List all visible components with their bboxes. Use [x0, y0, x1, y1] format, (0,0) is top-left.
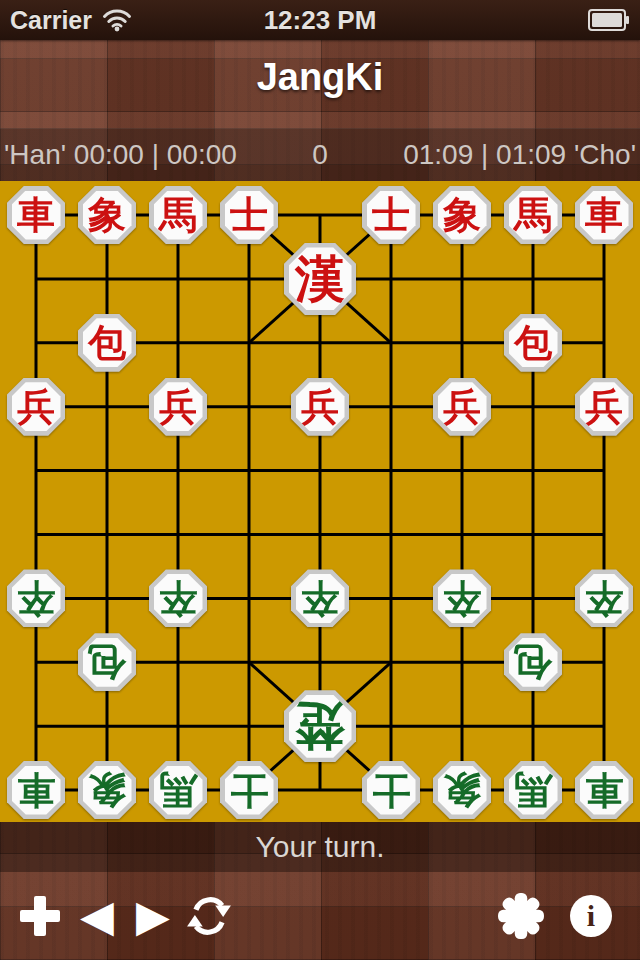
status-bar: Carrier 12:23 PM: [0, 0, 640, 40]
piece-body: 漢: [284, 243, 356, 315]
piece-glyph: 卒: [301, 579, 339, 617]
piece-glyph: 馬: [514, 196, 552, 234]
piece-glyph: 車: [585, 196, 623, 234]
piece-cho-chariot[interactable]: 車: [7, 761, 65, 819]
piece-body: 象: [78, 761, 136, 819]
piece-body: 楚: [284, 690, 356, 762]
settings-button[interactable]: [495, 890, 547, 942]
cho-clock: 01:09 | 01:09 'Cho': [350, 139, 636, 171]
piece-han-cannon[interactable]: 包: [504, 314, 562, 372]
piece-glyph: 馬: [159, 771, 197, 809]
info-button[interactable]: i: [565, 890, 617, 942]
piece-body: 馬: [149, 761, 207, 819]
piece-han-horse[interactable]: 馬: [504, 186, 562, 244]
piece-cho-guard[interactable]: 士: [362, 761, 420, 819]
piece-cho-guard[interactable]: 士: [220, 761, 278, 819]
piece-han-guard[interactable]: 士: [220, 186, 278, 244]
battery-icon: [588, 9, 630, 31]
piece-cho-cannon[interactable]: 包: [504, 633, 562, 691]
piece-han-elephant[interactable]: 象: [78, 186, 136, 244]
bottom-toolbar: ◀ ▶ i: [0, 872, 640, 960]
piece-glyph: 兵: [159, 388, 197, 426]
piece-body: 士: [220, 186, 278, 244]
piece-glyph: 包: [514, 324, 552, 362]
piece-glyph: 卒: [159, 579, 197, 617]
piece-body: 車: [7, 186, 65, 244]
piece-body: 馬: [504, 761, 562, 819]
piece-han-chariot[interactable]: 車: [7, 186, 65, 244]
piece-body: 兵: [7, 378, 65, 436]
piece-body: 兵: [291, 378, 349, 436]
piece-glyph: 卒: [443, 579, 481, 617]
piece-body: 兵: [433, 378, 491, 436]
piece-glyph: 卒: [17, 579, 55, 617]
piece-body: 象: [433, 186, 491, 244]
piece-han-pawn[interactable]: 兵: [291, 378, 349, 436]
piece-han-pawn[interactable]: 兵: [7, 378, 65, 436]
new-game-button[interactable]: [14, 890, 66, 942]
piece-cho-horse[interactable]: 馬: [149, 761, 207, 819]
piece-han-pawn[interactable]: 兵: [149, 378, 207, 436]
restart-button[interactable]: [183, 890, 235, 942]
piece-glyph: 兵: [301, 388, 339, 426]
piece-han-chariot[interactable]: 車: [575, 186, 633, 244]
move-count: 0: [290, 139, 350, 171]
info-icon: i: [570, 895, 612, 937]
piece-glyph: 包: [88, 324, 126, 362]
piece-body: 車: [575, 186, 633, 244]
piece-han-pawn[interactable]: 兵: [433, 378, 491, 436]
piece-body: 卒: [7, 569, 65, 627]
piece-body: 車: [575, 761, 633, 819]
right-triangle-icon: ▶: [136, 894, 170, 938]
refresh-icon: [186, 893, 232, 939]
piece-glyph: 車: [585, 771, 623, 809]
piece-cho-general[interactable]: 楚: [284, 690, 356, 762]
piece-glyph: 包: [514, 643, 552, 681]
gear-icon: [497, 892, 545, 940]
han-clock: 'Han' 00:00 | 00:00: [4, 139, 290, 171]
piece-cho-cannon[interactable]: 包: [78, 633, 136, 691]
piece-han-horse[interactable]: 馬: [149, 186, 207, 244]
piece-cho-elephant[interactable]: 象: [433, 761, 491, 819]
piece-body: 車: [7, 761, 65, 819]
game-info-bar: 'Han' 00:00 | 00:00 0 01:09 | 01:09 'Cho…: [0, 128, 640, 181]
left-triangle-icon: ◀: [80, 894, 114, 938]
piece-body: 象: [78, 186, 136, 244]
plus-icon: [20, 896, 60, 936]
piece-cho-pawn[interactable]: 卒: [291, 569, 349, 627]
piece-glyph: 楚: [295, 701, 345, 751]
piece-body: 卒: [433, 569, 491, 627]
piece-body: 卒: [149, 569, 207, 627]
piece-glyph: 卒: [585, 579, 623, 617]
piece-body: 士: [220, 761, 278, 819]
status-message-bar: Your turn.: [0, 822, 640, 872]
piece-cho-pawn[interactable]: 卒: [149, 569, 207, 627]
janggi-board[interactable]: 車象馬士士象馬車漢包包兵兵兵兵兵卒卒卒卒卒包包楚車象馬士士象馬車: [0, 181, 640, 822]
piece-body: 象: [433, 761, 491, 819]
piece-body: 包: [78, 633, 136, 691]
piece-body: 兵: [149, 378, 207, 436]
piece-glyph: 兵: [585, 388, 623, 426]
turn-message: Your turn.: [256, 830, 385, 864]
step-forward-button[interactable]: ▶: [127, 890, 179, 942]
piece-glyph: 包: [88, 643, 126, 681]
piece-body: 士: [362, 761, 420, 819]
piece-glyph: 士: [230, 196, 268, 234]
piece-body: 卒: [575, 569, 633, 627]
status-time: 12:23 PM: [0, 5, 640, 36]
piece-cho-chariot[interactable]: 車: [575, 761, 633, 819]
piece-han-pawn[interactable]: 兵: [575, 378, 633, 436]
piece-body: 馬: [149, 186, 207, 244]
piece-cho-pawn[interactable]: 卒: [433, 569, 491, 627]
piece-glyph: 馬: [514, 771, 552, 809]
piece-cho-pawn[interactable]: 卒: [575, 569, 633, 627]
piece-glyph: 車: [17, 196, 55, 234]
piece-glyph: 馬: [159, 196, 197, 234]
piece-cho-elephant[interactable]: 象: [78, 761, 136, 819]
page-title: JangKi: [0, 56, 640, 99]
piece-body: 包: [504, 633, 562, 691]
piece-body: 兵: [575, 378, 633, 436]
piece-body: 馬: [504, 186, 562, 244]
piece-glyph: 士: [372, 196, 410, 234]
piece-body: 包: [78, 314, 136, 372]
piece-han-cannon[interactable]: 包: [78, 314, 136, 372]
piece-body: 卒: [291, 569, 349, 627]
piece-glyph: 象: [443, 771, 481, 809]
step-back-button[interactable]: ◀: [71, 890, 123, 942]
piece-han-elephant[interactable]: 象: [433, 186, 491, 244]
piece-body: 士: [362, 186, 420, 244]
piece-han-general[interactable]: 漢: [284, 243, 356, 315]
piece-glyph: 士: [230, 771, 268, 809]
piece-glyph: 象: [88, 196, 126, 234]
piece-glyph: 兵: [443, 388, 481, 426]
piece-glyph: 車: [17, 771, 55, 809]
piece-glyph: 兵: [17, 388, 55, 426]
piece-han-guard[interactable]: 士: [362, 186, 420, 244]
piece-body: 包: [504, 314, 562, 372]
piece-glyph: 象: [88, 771, 126, 809]
piece-cho-horse[interactable]: 馬: [504, 761, 562, 819]
piece-glyph: 士: [372, 771, 410, 809]
piece-glyph: 象: [443, 196, 481, 234]
piece-glyph: 漢: [295, 254, 345, 304]
piece-cho-pawn[interactable]: 卒: [7, 569, 65, 627]
